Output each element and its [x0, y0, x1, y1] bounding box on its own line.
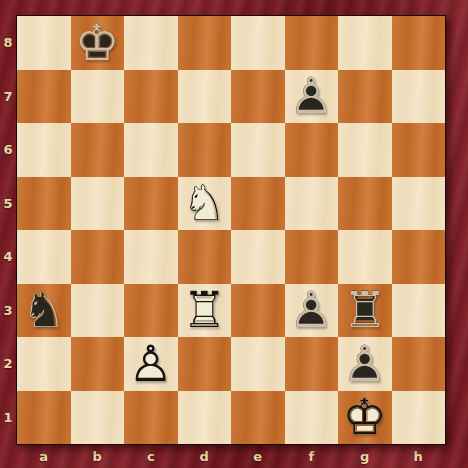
rank-label-2: 2: [0, 337, 16, 391]
square-d8[interactable]: [178, 16, 232, 70]
square-c2[interactable]: ♟♙: [124, 337, 178, 391]
rank-label-1: 1: [0, 391, 16, 445]
square-d5[interactable]: ♞♘: [178, 177, 232, 231]
rank-label-4: 4: [0, 230, 16, 284]
square-g8[interactable]: [338, 16, 392, 70]
black-pawn-outline: ♙: [285, 284, 339, 338]
piece-black-knight[interactable]: ♞♘: [17, 284, 71, 338]
rank-label-5: 5: [0, 177, 16, 231]
square-f1[interactable]: [285, 391, 339, 445]
square-c3[interactable]: [124, 284, 178, 338]
file-label-f: f: [285, 445, 339, 468]
square-d2[interactable]: [178, 337, 232, 391]
square-h5[interactable]: [392, 177, 446, 231]
black-pawn-outline: ♙: [338, 337, 392, 391]
square-f6[interactable]: [285, 123, 339, 177]
white-knight-outline: ♘: [178, 177, 232, 231]
piece-white-knight[interactable]: ♞♘: [178, 177, 232, 231]
piece-black-king[interactable]: ♚♔: [71, 16, 125, 70]
square-b5[interactable]: [71, 177, 125, 231]
piece-white-rook[interactable]: ♜♖: [178, 284, 232, 338]
square-h2[interactable]: [392, 337, 446, 391]
black-pawn-outline: ♙: [285, 70, 339, 124]
file-label-a: a: [17, 445, 71, 468]
black-knight-outline: ♘: [17, 284, 71, 338]
square-a2[interactable]: [17, 337, 71, 391]
square-h3[interactable]: [392, 284, 446, 338]
square-c1[interactable]: [124, 391, 178, 445]
square-g6[interactable]: [338, 123, 392, 177]
square-f2[interactable]: [285, 337, 339, 391]
square-b4[interactable]: [71, 230, 125, 284]
square-g3[interactable]: ♜♖: [338, 284, 392, 338]
square-c4[interactable]: [124, 230, 178, 284]
square-e8[interactable]: [231, 16, 285, 70]
square-b8[interactable]: ♚♔: [71, 16, 125, 70]
square-d1[interactable]: [178, 391, 232, 445]
square-e7[interactable]: [231, 70, 285, 124]
rank-label-3: 3: [0, 284, 16, 338]
square-e6[interactable]: [231, 123, 285, 177]
square-g4[interactable]: [338, 230, 392, 284]
square-e2[interactable]: [231, 337, 285, 391]
piece-black-pawn[interactable]: ♟♙: [285, 284, 339, 338]
file-label-h: h: [392, 445, 446, 468]
piece-white-king[interactable]: ♚♔: [338, 391, 392, 445]
square-f7[interactable]: ♟♙: [285, 70, 339, 124]
square-a8[interactable]: [17, 16, 71, 70]
square-a3[interactable]: ♞♘: [17, 284, 71, 338]
file-label-d: d: [178, 445, 232, 468]
square-a7[interactable]: [17, 70, 71, 124]
rank-label-7: 7: [0, 70, 16, 124]
square-h4[interactable]: [392, 230, 446, 284]
square-a4[interactable]: [17, 230, 71, 284]
square-d4[interactable]: [178, 230, 232, 284]
rank-label-6: 6: [0, 123, 16, 177]
square-b3[interactable]: [71, 284, 125, 338]
square-h1[interactable]: [392, 391, 446, 445]
square-g7[interactable]: [338, 70, 392, 124]
square-g5[interactable]: [338, 177, 392, 231]
square-a5[interactable]: [17, 177, 71, 231]
white-rook-outline: ♖: [178, 284, 232, 338]
square-e5[interactable]: [231, 177, 285, 231]
square-c5[interactable]: [124, 177, 178, 231]
file-label-b: b: [71, 445, 125, 468]
square-h6[interactable]: [392, 123, 446, 177]
black-king-outline: ♔: [71, 16, 125, 70]
square-e3[interactable]: [231, 284, 285, 338]
rank-labels: 87654321: [0, 16, 16, 444]
square-h8[interactable]: [392, 16, 446, 70]
white-king-outline: ♔: [338, 391, 392, 445]
square-c6[interactable]: [124, 123, 178, 177]
square-b1[interactable]: [71, 391, 125, 445]
square-d6[interactable]: [178, 123, 232, 177]
chessboard-frame: 87654321 abcdefgh ♚♔♟♙♞♘♞♘♜♖♟♙♜♖♟♙♟♙♚♔: [0, 0, 468, 468]
square-g1[interactable]: ♚♔: [338, 391, 392, 445]
square-b7[interactable]: [71, 70, 125, 124]
square-a1[interactable]: [17, 391, 71, 445]
square-a6[interactable]: [17, 123, 71, 177]
file-label-e: e: [231, 445, 285, 468]
square-g2[interactable]: ♟♙: [338, 337, 392, 391]
white-pawn-outline: ♙: [124, 337, 178, 391]
square-e1[interactable]: [231, 391, 285, 445]
file-labels: abcdefgh: [17, 445, 445, 468]
square-d3[interactable]: ♜♖: [178, 284, 232, 338]
square-f3[interactable]: ♟♙: [285, 284, 339, 338]
piece-black-rook[interactable]: ♜♖: [338, 284, 392, 338]
black-rook-outline: ♖: [338, 284, 392, 338]
square-f4[interactable]: [285, 230, 339, 284]
piece-white-pawn[interactable]: ♟♙: [124, 337, 178, 391]
square-b6[interactable]: [71, 123, 125, 177]
square-f5[interactable]: [285, 177, 339, 231]
chess-board: ♚♔♟♙♞♘♞♘♜♖♟♙♜♖♟♙♟♙♚♔: [16, 15, 446, 445]
square-b2[interactable]: [71, 337, 125, 391]
file-label-g: g: [338, 445, 392, 468]
square-f8[interactable]: [285, 16, 339, 70]
square-d7[interactable]: [178, 70, 232, 124]
piece-black-pawn[interactable]: ♟♙: [285, 70, 339, 124]
rank-label-8: 8: [0, 16, 16, 70]
square-e4[interactable]: [231, 230, 285, 284]
piece-black-pawn[interactable]: ♟♙: [338, 337, 392, 391]
square-h7[interactable]: [392, 70, 446, 124]
file-label-c: c: [124, 445, 178, 468]
square-c8[interactable]: [124, 16, 178, 70]
square-c7[interactable]: [124, 70, 178, 124]
